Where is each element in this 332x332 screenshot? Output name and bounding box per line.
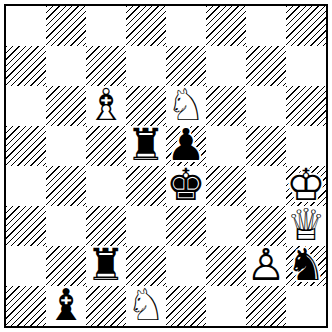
square-f1[interactable] [206,286,246,326]
square-g8[interactable] [246,6,286,46]
square-a5[interactable] [6,126,46,166]
square-f2[interactable] [206,246,246,286]
black-king-piece[interactable]: ♚♚ [166,166,206,206]
black-bishop-glyph: ♝ [46,283,85,327]
square-f5[interactable] [206,126,246,166]
square-a8[interactable] [6,6,46,46]
square-h7[interactable] [286,46,326,86]
square-e2[interactable] [166,246,206,286]
square-b5[interactable] [46,126,86,166]
white-knight-glyph: ♘ [126,283,165,327]
square-g7[interactable] [246,46,286,86]
square-c6[interactable]: ♝♗ [86,86,126,126]
square-h6[interactable] [286,86,326,126]
square-g4[interactable] [246,166,286,206]
square-c2[interactable]: ♜♜ [86,246,126,286]
square-b1[interactable]: ♝♝ [46,286,86,326]
black-rook-piece[interactable]: ♜♜ [86,246,126,286]
square-a4[interactable] [6,166,46,206]
square-c1[interactable] [86,286,126,326]
square-e4[interactable]: ♚♚ [166,166,206,206]
square-f6[interactable] [206,86,246,126]
square-e1[interactable] [166,286,206,326]
square-g5[interactable] [246,126,286,166]
chess-board: ♝♗♞♘♜♜♟♟♚♚♚♔♛♕♜♜♟♙♞♞♝♝♞♘ [6,6,326,326]
square-c5[interactable] [86,126,126,166]
white-pawn-piece[interactable]: ♟♙ [246,246,286,286]
white-knight-piece[interactable]: ♞♘ [126,286,166,326]
square-e3[interactable] [166,206,206,246]
square-b7[interactable] [46,46,86,86]
white-pawn-glyph: ♙ [246,243,285,287]
square-g2[interactable]: ♟♙ [246,246,286,286]
square-d8[interactable] [126,6,166,46]
square-f7[interactable] [206,46,246,86]
black-king-glyph: ♚ [166,163,205,207]
square-c4[interactable] [86,166,126,206]
square-d4[interactable] [126,166,166,206]
square-d5[interactable]: ♜♜ [126,126,166,166]
square-a3[interactable] [6,206,46,246]
square-g1[interactable] [246,286,286,326]
white-bishop-glyph: ♗ [86,83,125,127]
black-knight-glyph: ♞ [286,243,325,287]
white-bishop-piece[interactable]: ♝♗ [86,86,126,126]
black-knight-piece[interactable]: ♞♞ [286,246,326,286]
chess-diagram-frame: ♝♗♞♘♜♜♟♟♚♚♚♔♛♕♜♜♟♙♞♞♝♝♞♘ [4,4,328,328]
square-h8[interactable] [286,6,326,46]
square-a6[interactable] [6,86,46,126]
square-b8[interactable] [46,6,86,46]
square-f4[interactable] [206,166,246,206]
square-f3[interactable] [206,206,246,246]
square-a2[interactable] [6,246,46,286]
square-f8[interactable] [206,6,246,46]
square-b6[interactable] [46,86,86,126]
square-h1[interactable] [286,286,326,326]
square-b4[interactable] [46,166,86,206]
square-g6[interactable] [246,86,286,126]
black-bishop-piece[interactable]: ♝♝ [46,286,86,326]
square-d1[interactable]: ♞♘ [126,286,166,326]
square-c8[interactable] [86,6,126,46]
black-rook-glyph: ♜ [126,123,165,167]
square-e8[interactable] [166,6,206,46]
square-a1[interactable] [6,286,46,326]
square-b3[interactable] [46,206,86,246]
black-rook-piece[interactable]: ♜♜ [126,126,166,166]
square-a7[interactable] [6,46,46,86]
square-d3[interactable] [126,206,166,246]
square-h2[interactable]: ♞♞ [286,246,326,286]
black-rook-glyph: ♜ [86,243,125,287]
square-d7[interactable] [126,46,166,86]
